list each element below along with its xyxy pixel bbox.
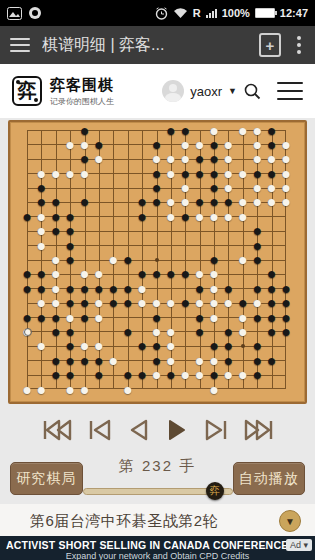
- stone-white: ●: [34, 338, 49, 353]
- stone-white: ●: [163, 166, 178, 181]
- stone-black: ●: [163, 367, 178, 382]
- stone-black: ●: [264, 324, 279, 339]
- stone-white: ●: [34, 295, 49, 310]
- stone-black: ●: [120, 295, 135, 310]
- stone-white: ●: [235, 252, 250, 267]
- stone-black: ●: [250, 367, 265, 382]
- stone-white: ●: [34, 223, 49, 238]
- stone-white: ●: [221, 295, 236, 310]
- alarm-icon: [155, 7, 168, 20]
- stone-black: ●: [48, 324, 63, 339]
- stone-white: ●: [63, 166, 78, 181]
- battery-icon: [255, 8, 275, 18]
- add-page-icon[interactable]: +: [259, 33, 281, 57]
- stone-white: ●: [250, 194, 265, 209]
- stone-black: ●: [279, 324, 294, 339]
- stone-black: ●: [63, 252, 78, 267]
- stone-black: ●: [149, 194, 164, 209]
- playback-controls: [0, 404, 315, 451]
- stone-white: ●: [91, 295, 106, 310]
- stone-black: ●: [178, 209, 193, 224]
- ad-label[interactable]: Ad ▾: [286, 539, 312, 551]
- stone-white: ●: [235, 123, 250, 138]
- stone-black: ●: [149, 266, 164, 281]
- stone-white: ●: [207, 209, 222, 224]
- stone-black: ●: [77, 310, 92, 325]
- stone-white: ●: [221, 367, 236, 382]
- stone-white: ●: [106, 353, 121, 368]
- study-game-button[interactable]: 研究棋局: [10, 462, 83, 495]
- board-section: ●●●●●●●●●●●●●●●●●●●●●●●●●●●●●●●●●●●●●●●●…: [0, 118, 315, 404]
- stone-black: ●: [264, 295, 279, 310]
- stone-white: ●: [120, 382, 135, 397]
- stone-white: ●: [34, 238, 49, 253]
- stone-white: ●: [20, 382, 35, 397]
- stone-white: ●: [178, 367, 193, 382]
- stone-white: ●: [149, 367, 164, 382]
- title-row: 第6届台湾中环碁圣战第2轮 ▼: [0, 504, 315, 536]
- user-avatar[interactable]: [162, 80, 184, 102]
- stone-black: ●: [135, 367, 150, 382]
- stone-black: ●: [48, 367, 63, 382]
- chevron-down-icon[interactable]: ▼: [228, 86, 237, 96]
- overflow-menu-icon[interactable]: [293, 34, 305, 56]
- signal-icon: [206, 9, 217, 18]
- stone-black: ●: [20, 281, 35, 296]
- menu-icon[interactable]: [10, 38, 30, 52]
- stone-black: ●: [250, 310, 265, 325]
- stone-black: ●: [163, 123, 178, 138]
- star-point: [155, 258, 159, 262]
- step-back-fast-button[interactable]: [87, 418, 113, 445]
- brand-name: 弈客围棋: [50, 76, 114, 95]
- step-forward-fast-button[interactable]: [203, 418, 229, 445]
- gallery-icon: [7, 7, 22, 20]
- stone-white: ●: [235, 324, 250, 339]
- stone-white: ●: [207, 295, 222, 310]
- stone-white: ●: [63, 382, 78, 397]
- stone-black: ●: [106, 295, 121, 310]
- stone-black: ●: [48, 223, 63, 238]
- wifi-icon: [173, 7, 188, 19]
- clock-time: 12:47: [280, 7, 308, 19]
- stone-black: ●: [120, 324, 135, 339]
- stone-black: ●: [250, 252, 265, 267]
- stone-white: ●: [207, 382, 222, 397]
- tournament-title: 第6届台湾中环碁圣战第2轮: [30, 512, 279, 531]
- ad-banner[interactable]: ACTIVIST SHORT SELLING IN CANADA CONFERE…: [0, 536, 315, 560]
- stone-white: ●: [192, 295, 207, 310]
- stone-white: ●: [235, 209, 250, 224]
- stone-black: ●: [135, 209, 150, 224]
- stone-black: ●: [77, 353, 92, 368]
- jump-to-start-button[interactable]: [41, 418, 73, 445]
- page-title: 棋谱明细 | 弈客...: [42, 35, 247, 56]
- stone-white: ●: [279, 194, 294, 209]
- star-point: [241, 344, 245, 348]
- slider-knob[interactable]: 弈: [206, 482, 224, 500]
- yike-logo[interactable]: 弈: [12, 76, 42, 106]
- stone-black: ●: [163, 266, 178, 281]
- board-grid: ●●●●●●●●●●●●●●●●●●●●●●●●●●●●●●●●●●●●●●●●…: [27, 130, 286, 389]
- stone-white: ●: [20, 324, 35, 339]
- status-bar: R 100% 12:47: [0, 0, 315, 26]
- site-menu-icon[interactable]: [277, 82, 303, 100]
- stone-black: ●: [250, 223, 265, 238]
- ad-headline: ACTIVIST SHORT SELLING IN CANADA CONFERE…: [6, 539, 309, 551]
- action-row: 研究棋局 第 232 手 弈 自动播放: [0, 451, 315, 504]
- stone-white: ●: [221, 209, 236, 224]
- stone-white: ●: [48, 295, 63, 310]
- stone-black: ●: [63, 367, 78, 382]
- stone-white: ●: [106, 252, 121, 267]
- stone-black: ●: [20, 209, 35, 224]
- stone-black: ●: [120, 252, 135, 267]
- next-move-button[interactable]: [165, 418, 189, 445]
- battery-percent: 100%: [222, 7, 250, 19]
- stone-black: ●: [120, 367, 135, 382]
- go-board[interactable]: ●●●●●●●●●●●●●●●●●●●●●●●●●●●●●●●●●●●●●●●●…: [8, 120, 307, 404]
- autoplay-button[interactable]: 自动播放: [233, 462, 306, 495]
- jump-to-end-button[interactable]: [243, 418, 275, 445]
- stone-white: ●: [63, 137, 78, 152]
- stone-white: ●: [34, 382, 49, 397]
- carrier-letter: R: [193, 7, 201, 19]
- stone-black: ●: [63, 223, 78, 238]
- stone-black: ●: [192, 324, 207, 339]
- stone-white: ●: [207, 310, 222, 325]
- previous-move-button[interactable]: [127, 418, 151, 445]
- stone-black: ●: [264, 353, 279, 368]
- stone-white: ●: [77, 382, 92, 397]
- stone-white: ●: [149, 295, 164, 310]
- stone-black: ●: [178, 266, 193, 281]
- stone-black: ●: [207, 367, 222, 382]
- stone-white: ●: [163, 295, 178, 310]
- record-icon: [28, 6, 42, 20]
- brand-tagline: 记录你的围棋人生: [50, 96, 114, 107]
- stone-black: ●: [91, 367, 106, 382]
- site-header: 弈 弈客围棋 记录你的围棋人生 yaoxr ▼: [0, 64, 315, 118]
- stone-black: ●: [279, 295, 294, 310]
- search-icon[interactable]: [243, 82, 261, 100]
- stone-white: ●: [235, 166, 250, 181]
- stone-black: ●: [34, 310, 49, 325]
- stone-white: ●: [163, 209, 178, 224]
- stone-black: ●: [192, 166, 207, 181]
- stone-black: ●: [135, 338, 150, 353]
- stone-black: ●: [77, 295, 92, 310]
- stone-black: ●: [235, 295, 250, 310]
- move-number-label: 第 232 手: [119, 457, 196, 476]
- stone-white: ●: [250, 295, 265, 310]
- ad-subline: Expand your network and Obtain CPD Credi…: [6, 551, 309, 560]
- app-header: 棋谱明细 | 弈客... +: [0, 26, 315, 64]
- stone-white: ●: [192, 209, 207, 224]
- stone-white: ●: [264, 194, 279, 209]
- username[interactable]: yaoxr: [190, 84, 222, 99]
- stone-black: ●: [178, 295, 193, 310]
- move-slider[interactable]: 弈: [83, 482, 233, 500]
- stone-white: ●: [91, 151, 106, 166]
- stone-white: ●: [235, 367, 250, 382]
- stone-black: ●: [77, 194, 92, 209]
- stone-white: ●: [77, 166, 92, 181]
- stone-white: ●: [192, 367, 207, 382]
- stone-white: ●: [48, 166, 63, 181]
- stone-black: ●: [63, 295, 78, 310]
- stone-white: ●: [91, 310, 106, 325]
- expand-button[interactable]: ▼: [279, 510, 301, 532]
- stone-white: ●: [135, 295, 150, 310]
